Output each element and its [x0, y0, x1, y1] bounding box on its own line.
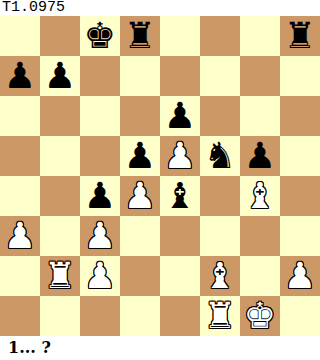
square-d4[interactable]: ♟	[120, 176, 160, 216]
square-h6[interactable]	[280, 96, 320, 136]
square-c7[interactable]	[80, 56, 120, 96]
white-king-icon: ♚	[244, 296, 276, 336]
square-b7[interactable]: ♟	[40, 56, 80, 96]
white-pawn-icon: ♟	[124, 176, 156, 216]
black-rook-icon: ♜	[124, 16, 156, 56]
black-pawn-icon: ♟	[44, 56, 76, 96]
square-a2[interactable]	[0, 256, 40, 296]
square-g2[interactable]	[240, 256, 280, 296]
square-h7[interactable]	[280, 56, 320, 96]
white-pawn-icon: ♟	[284, 256, 316, 296]
square-g4[interactable]: ♝	[240, 176, 280, 216]
square-a5[interactable]	[0, 136, 40, 176]
square-b8[interactable]	[40, 16, 80, 56]
square-h5[interactable]	[280, 136, 320, 176]
square-e4[interactable]: ♝	[160, 176, 200, 216]
square-h8[interactable]: ♜	[280, 16, 320, 56]
square-b5[interactable]	[40, 136, 80, 176]
square-c2[interactable]: ♟	[80, 256, 120, 296]
square-d5[interactable]: ♟	[120, 136, 160, 176]
square-c4[interactable]: ♟	[80, 176, 120, 216]
square-d7[interactable]	[120, 56, 160, 96]
square-h1[interactable]	[280, 296, 320, 336]
square-a8[interactable]	[0, 16, 40, 56]
square-c5[interactable]	[80, 136, 120, 176]
white-bishop-icon: ♝	[204, 256, 236, 296]
square-g5[interactable]: ♟	[240, 136, 280, 176]
square-e5[interactable]: ♟	[160, 136, 200, 176]
square-c3[interactable]: ♟	[80, 216, 120, 256]
square-f3[interactable]	[200, 216, 240, 256]
square-a6[interactable]	[0, 96, 40, 136]
square-d3[interactable]	[120, 216, 160, 256]
square-e2[interactable]	[160, 256, 200, 296]
move-prompt: 1... ?	[0, 336, 320, 360]
square-g3[interactable]	[240, 216, 280, 256]
square-f7[interactable]	[200, 56, 240, 96]
square-f8[interactable]	[200, 16, 240, 56]
square-f2[interactable]: ♝	[200, 256, 240, 296]
square-a3[interactable]: ♟	[0, 216, 40, 256]
white-bishop-icon: ♝	[244, 176, 276, 216]
white-rook-icon: ♜	[44, 256, 76, 296]
square-a4[interactable]	[0, 176, 40, 216]
black-pawn-icon: ♟	[244, 136, 276, 176]
puzzle-id-label: T1.0975	[0, 0, 320, 16]
white-pawn-icon: ♟	[4, 216, 36, 256]
square-f5[interactable]: ♞	[200, 136, 240, 176]
square-c6[interactable]	[80, 96, 120, 136]
square-d1[interactable]	[120, 296, 160, 336]
square-b4[interactable]	[40, 176, 80, 216]
white-pawn-icon: ♟	[164, 136, 196, 176]
square-e6[interactable]: ♟	[160, 96, 200, 136]
square-h4[interactable]	[280, 176, 320, 216]
square-d8[interactable]: ♜	[120, 16, 160, 56]
square-b6[interactable]	[40, 96, 80, 136]
white-pawn-icon: ♟	[84, 256, 116, 296]
square-g6[interactable]	[240, 96, 280, 136]
square-g8[interactable]	[240, 16, 280, 56]
square-a1[interactable]	[0, 296, 40, 336]
square-d2[interactable]	[120, 256, 160, 296]
square-e8[interactable]	[160, 16, 200, 56]
square-e7[interactable]	[160, 56, 200, 96]
square-e1[interactable]	[160, 296, 200, 336]
white-pawn-icon: ♟	[84, 216, 116, 256]
square-c1[interactable]	[80, 296, 120, 336]
square-d6[interactable]	[120, 96, 160, 136]
square-g7[interactable]	[240, 56, 280, 96]
square-f4[interactable]	[200, 176, 240, 216]
square-h3[interactable]	[280, 216, 320, 256]
black-rook-icon: ♜	[284, 16, 316, 56]
black-bishop-icon: ♝	[164, 176, 196, 216]
black-king-icon: ♚	[84, 16, 116, 56]
black-pawn-icon: ♟	[124, 136, 156, 176]
square-b2[interactable]: ♜	[40, 256, 80, 296]
white-rook-icon: ♜	[204, 296, 236, 336]
square-g1[interactable]: ♚	[240, 296, 280, 336]
square-b1[interactable]	[40, 296, 80, 336]
square-b3[interactable]	[40, 216, 80, 256]
square-f6[interactable]	[200, 96, 240, 136]
black-knight-icon: ♞	[204, 136, 236, 176]
square-f1[interactable]: ♜	[200, 296, 240, 336]
chess-board: ♚♜♜♟♟♟♟♟♞♟♟♟♝♝♟♟♜♟♝♟♜♚	[0, 16, 320, 336]
black-pawn-icon: ♟	[164, 96, 196, 136]
square-a7[interactable]: ♟	[0, 56, 40, 96]
black-pawn-icon: ♟	[84, 176, 116, 216]
square-e3[interactable]	[160, 216, 200, 256]
square-c8[interactable]: ♚	[80, 16, 120, 56]
square-h2[interactable]: ♟	[280, 256, 320, 296]
black-pawn-icon: ♟	[4, 56, 36, 96]
